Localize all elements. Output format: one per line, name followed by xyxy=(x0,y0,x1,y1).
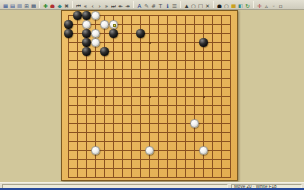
intersection-4-3[interactable] xyxy=(91,29,100,38)
intersection-1-9[interactable] xyxy=(64,83,73,92)
intersection-16-11[interactable] xyxy=(199,101,208,110)
intersection-15-9[interactable] xyxy=(190,83,199,92)
intersection-15-13[interactable] xyxy=(190,119,199,128)
intersection-18-6[interactable] xyxy=(217,56,226,65)
intersection-6-7[interactable] xyxy=(109,65,118,74)
intersection-10-19[interactable] xyxy=(145,173,154,182)
intersection-19-14[interactable] xyxy=(226,128,235,137)
intersection-17-4[interactable] xyxy=(208,38,217,47)
intersection-16-3[interactable] xyxy=(199,29,208,38)
intersection-19-7[interactable] xyxy=(226,65,235,74)
intersection-12-17[interactable] xyxy=(163,155,172,164)
label-a-icon[interactable]: A xyxy=(136,1,143,9)
intersection-19-9[interactable] xyxy=(226,83,235,92)
intersection-19-3[interactable] xyxy=(226,29,235,38)
intersection-19-17[interactable] xyxy=(226,155,235,164)
intersection-14-9[interactable] xyxy=(181,83,190,92)
intersection-9-19[interactable] xyxy=(136,173,145,182)
intersection-16-15[interactable] xyxy=(199,137,208,146)
intersection-7-10[interactable] xyxy=(118,92,127,101)
intersection-12-14[interactable] xyxy=(163,128,172,137)
intersection-6-12[interactable] xyxy=(109,110,118,119)
intersection-18-7[interactable] xyxy=(217,65,226,74)
intersection-11-1[interactable] xyxy=(154,11,163,20)
intersection-19-13[interactable] xyxy=(226,119,235,128)
intersection-1-18[interactable] xyxy=(64,164,73,173)
intersection-18-15[interactable] xyxy=(217,137,226,146)
intersection-13-11[interactable] xyxy=(172,101,181,110)
intersection-2-19[interactable] xyxy=(73,173,82,182)
intersection-15-12[interactable] xyxy=(190,110,199,119)
intersection-17-17[interactable] xyxy=(208,155,217,164)
intersection-13-14[interactable] xyxy=(172,128,181,137)
intersection-2-13[interactable] xyxy=(73,119,82,128)
intersection-16-13[interactable] xyxy=(199,119,208,128)
intersection-11-4[interactable] xyxy=(154,38,163,47)
intersection-7-18[interactable] xyxy=(118,164,127,173)
intersection-5-11[interactable] xyxy=(100,101,109,110)
intersection-13-7[interactable] xyxy=(172,65,181,74)
intersection-5-16[interactable] xyxy=(100,146,109,155)
play-white-icon[interactable]: ○ xyxy=(223,1,230,9)
intersection-8-14[interactable] xyxy=(127,128,136,137)
intersection-7-19[interactable] xyxy=(118,173,127,182)
intersection-15-10[interactable] xyxy=(190,92,199,101)
intersection-11-15[interactable] xyxy=(154,137,163,146)
intersection-2-11[interactable] xyxy=(73,101,82,110)
intersection-18-10[interactable] xyxy=(217,92,226,101)
intersection-15-7[interactable] xyxy=(190,65,199,74)
intersection-14-17[interactable] xyxy=(181,155,190,164)
intersection-16-8[interactable] xyxy=(199,74,208,83)
intersection-5-19[interactable] xyxy=(100,173,109,182)
intersection-9-14[interactable] xyxy=(136,128,145,137)
intersection-1-14[interactable] xyxy=(64,128,73,137)
intersection-15-14[interactable] xyxy=(190,128,199,137)
intersection-17-18[interactable] xyxy=(208,164,217,173)
intersection-15-18[interactable] xyxy=(190,164,199,173)
intersection-7-5[interactable] xyxy=(118,47,127,56)
intersection-8-9[interactable] xyxy=(127,83,136,92)
intersection-3-9[interactable] xyxy=(82,83,91,92)
intersection-1-8[interactable] xyxy=(64,74,73,83)
intersection-9-5[interactable] xyxy=(136,47,145,56)
intersection-3-6[interactable] xyxy=(82,56,91,65)
intersection-17-1[interactable] xyxy=(208,11,217,20)
intersection-14-7[interactable] xyxy=(181,65,190,74)
intersection-19-10[interactable] xyxy=(226,92,235,101)
estimate-icon[interactable]: ◧ xyxy=(237,1,244,9)
prev-variation-icon[interactable]: ↞ xyxy=(117,1,124,9)
intersection-18-4[interactable] xyxy=(217,38,226,47)
intersection-1-5[interactable] xyxy=(64,47,73,56)
intersection-1-12[interactable] xyxy=(64,110,73,119)
goban[interactable] xyxy=(61,10,238,181)
square-mark-icon[interactable]: □ xyxy=(197,1,204,9)
intersection-10-4[interactable] xyxy=(145,38,154,47)
intersection-15-3[interactable] xyxy=(190,29,199,38)
intersection-3-8[interactable] xyxy=(82,74,91,83)
number-icon[interactable]: # xyxy=(150,1,157,9)
intersection-4-6[interactable] xyxy=(91,56,100,65)
intersection-7-7[interactable] xyxy=(118,65,127,74)
intersection-9-15[interactable] xyxy=(136,137,145,146)
intersection-18-14[interactable] xyxy=(217,128,226,137)
intersection-10-10[interactable] xyxy=(145,92,154,101)
intersection-7-6[interactable] xyxy=(118,56,127,65)
intersection-3-15[interactable] xyxy=(82,137,91,146)
intersection-4-4[interactable] xyxy=(91,38,100,47)
intersection-3-5[interactable] xyxy=(82,47,91,56)
intersection-10-7[interactable] xyxy=(145,65,154,74)
intersection-19-12[interactable] xyxy=(226,110,235,119)
intersection-15-8[interactable] xyxy=(190,74,199,83)
intersection-11-5[interactable] xyxy=(154,47,163,56)
intersection-14-14[interactable] xyxy=(181,128,190,137)
intersection-18-18[interactable] xyxy=(217,164,226,173)
intersection-13-4[interactable] xyxy=(172,38,181,47)
intersection-7-13[interactable] xyxy=(118,119,127,128)
intersection-10-17[interactable] xyxy=(145,155,154,164)
intersection-15-5[interactable] xyxy=(190,47,199,56)
intersection-12-2[interactable] xyxy=(163,20,172,29)
intersection-19-1[interactable] xyxy=(226,11,235,20)
intersection-9-1[interactable] xyxy=(136,11,145,20)
intersection-12-4[interactable] xyxy=(163,38,172,47)
intersection-16-5[interactable] xyxy=(199,47,208,56)
intersection-14-13[interactable] xyxy=(181,119,190,128)
first-move-icon[interactable]: ⏮ xyxy=(75,1,82,9)
intersection-14-1[interactable] xyxy=(181,11,190,20)
settings-icon[interactable]: ▫ xyxy=(277,1,284,9)
intersection-2-9[interactable] xyxy=(73,83,82,92)
next-move-icon[interactable]: › xyxy=(96,1,103,9)
intersection-4-2[interactable] xyxy=(91,20,100,29)
intersection-13-5[interactable] xyxy=(172,47,181,56)
intersection-4-11[interactable] xyxy=(91,101,100,110)
intersection-16-18[interactable] xyxy=(199,164,208,173)
intersection-5-4[interactable] xyxy=(100,38,109,47)
intersection-12-15[interactable] xyxy=(163,137,172,146)
intersection-15-11[interactable] xyxy=(190,101,199,110)
new-board-icon[interactable]: ▦ xyxy=(2,1,9,9)
intersection-4-7[interactable] xyxy=(91,65,100,74)
intersection-11-6[interactable] xyxy=(154,56,163,65)
intersection-5-3[interactable] xyxy=(100,29,109,38)
intersection-16-1[interactable] xyxy=(199,11,208,20)
intersection-4-9[interactable] xyxy=(91,83,100,92)
intersection-3-16[interactable] xyxy=(82,146,91,155)
intersection-18-8[interactable] xyxy=(217,74,226,83)
intersection-4-17[interactable] xyxy=(91,155,100,164)
intersection-13-18[interactable] xyxy=(172,164,181,173)
intersection-6-11[interactable] xyxy=(109,101,118,110)
intersection-1-11[interactable] xyxy=(64,101,73,110)
intersection-3-10[interactable] xyxy=(82,92,91,101)
intersection-1-4[interactable] xyxy=(64,38,73,47)
intersection-10-6[interactable] xyxy=(145,56,154,65)
intersection-14-18[interactable] xyxy=(181,164,190,173)
intersection-16-9[interactable] xyxy=(199,83,208,92)
intersection-14-8[interactable] xyxy=(181,74,190,83)
intersection-4-8[interactable] xyxy=(91,74,100,83)
intersection-9-12[interactable] xyxy=(136,110,145,119)
intersection-18-3[interactable] xyxy=(217,29,226,38)
pass-icon[interactable]: ■ xyxy=(230,1,237,9)
intersection-2-7[interactable] xyxy=(73,65,82,74)
intersection-14-6[interactable] xyxy=(181,56,190,65)
intersection-15-4[interactable] xyxy=(190,38,199,47)
intersection-9-8[interactable] xyxy=(136,74,145,83)
intersection-18-16[interactable] xyxy=(217,146,226,155)
intersection-1-2[interactable] xyxy=(64,20,73,29)
intersection-14-4[interactable] xyxy=(181,38,190,47)
intersection-6-4[interactable] xyxy=(109,38,118,47)
intersection-8-18[interactable] xyxy=(127,164,136,173)
intersection-11-13[interactable] xyxy=(154,119,163,128)
intersection-2-10[interactable] xyxy=(73,92,82,101)
intersection-7-4[interactable] xyxy=(118,38,127,47)
intersection-12-13[interactable] xyxy=(163,119,172,128)
intersection-3-11[interactable] xyxy=(82,101,91,110)
intersection-9-10[interactable] xyxy=(136,92,145,101)
last-move-icon[interactable]: ⏭ xyxy=(110,1,117,9)
intersection-19-19[interactable] xyxy=(226,173,235,182)
intersection-11-11[interactable] xyxy=(154,101,163,110)
cut-icon[interactable]: ✚ xyxy=(42,1,49,9)
intersection-6-13[interactable] xyxy=(109,119,118,128)
intersection-10-1[interactable] xyxy=(145,11,154,20)
intersection-1-13[interactable] xyxy=(64,119,73,128)
board-full-icon[interactable]: ▩ xyxy=(30,1,37,9)
intersection-19-6[interactable] xyxy=(226,56,235,65)
intersection-9-11[interactable] xyxy=(136,101,145,110)
intersection-15-1[interactable] xyxy=(190,11,199,20)
intersection-14-11[interactable] xyxy=(181,101,190,110)
intersection-17-11[interactable] xyxy=(208,101,217,110)
intersection-2-1[interactable] xyxy=(73,11,82,20)
intersection-3-17[interactable] xyxy=(82,155,91,164)
intersection-9-17[interactable] xyxy=(136,155,145,164)
intersection-18-1[interactable] xyxy=(217,11,226,20)
info-icon[interactable]: ℹ xyxy=(164,1,171,9)
intersection-3-18[interactable] xyxy=(82,164,91,173)
intersection-9-3[interactable] xyxy=(136,29,145,38)
intersection-12-11[interactable] xyxy=(163,101,172,110)
coords-icon[interactable]: ▵ xyxy=(263,1,270,9)
intersection-3-4[interactable] xyxy=(82,38,91,47)
intersection-1-3[interactable] xyxy=(64,29,73,38)
intersection-11-3[interactable] xyxy=(154,29,163,38)
intersection-11-17[interactable] xyxy=(154,155,163,164)
intersection-6-16[interactable] xyxy=(109,146,118,155)
intersection-8-5[interactable] xyxy=(127,47,136,56)
fast-back-icon[interactable]: « xyxy=(82,1,89,9)
intersection-5-12[interactable] xyxy=(100,110,109,119)
intersection-16-2[interactable] xyxy=(199,20,208,29)
intersection-8-16[interactable] xyxy=(127,146,136,155)
intersection-2-18[interactable] xyxy=(73,164,82,173)
intersection-10-3[interactable] xyxy=(145,29,154,38)
intersection-16-17[interactable] xyxy=(199,155,208,164)
intersection-17-8[interactable] xyxy=(208,74,217,83)
intersection-2-3[interactable] xyxy=(73,29,82,38)
copy-icon[interactable]: ● xyxy=(49,1,56,9)
intersection-7-14[interactable] xyxy=(118,128,127,137)
intersection-5-5[interactable] xyxy=(100,47,109,56)
intersection-15-2[interactable] xyxy=(190,20,199,29)
intersection-7-2[interactable] xyxy=(118,20,127,29)
intersection-2-6[interactable] xyxy=(73,56,82,65)
intersection-1-6[interactable] xyxy=(64,56,73,65)
intersection-13-3[interactable] xyxy=(172,29,181,38)
intersection-13-12[interactable] xyxy=(172,110,181,119)
intersection-17-10[interactable] xyxy=(208,92,217,101)
intersection-1-17[interactable] xyxy=(64,155,73,164)
triangle-mark-icon[interactable]: ▲ xyxy=(183,1,190,9)
intersection-16-10[interactable] xyxy=(199,92,208,101)
intersection-13-6[interactable] xyxy=(172,56,181,65)
intersection-7-9[interactable] xyxy=(118,83,127,92)
intersection-7-12[interactable] xyxy=(118,110,127,119)
grid-dot-icon[interactable]: ◦ xyxy=(270,1,277,9)
intersection-4-19[interactable] xyxy=(91,173,100,182)
next-variation-icon[interactable]: ↠ xyxy=(124,1,131,9)
intersection-5-10[interactable] xyxy=(100,92,109,101)
intersection-13-16[interactable] xyxy=(172,146,181,155)
intersection-4-12[interactable] xyxy=(91,110,100,119)
intersection-4-14[interactable] xyxy=(91,128,100,137)
intersection-6-10[interactable] xyxy=(109,92,118,101)
intersection-6-9[interactable] xyxy=(109,83,118,92)
intersection-18-11[interactable] xyxy=(217,101,226,110)
intersection-15-15[interactable] xyxy=(190,137,199,146)
intersection-17-9[interactable] xyxy=(208,83,217,92)
intersection-5-2[interactable] xyxy=(100,20,109,29)
intersection-8-3[interactable] xyxy=(127,29,136,38)
intersection-2-8[interactable] xyxy=(73,74,82,83)
intersection-5-17[interactable] xyxy=(100,155,109,164)
intersection-10-11[interactable] xyxy=(145,101,154,110)
intersection-12-3[interactable] xyxy=(163,29,172,38)
intersection-6-18[interactable] xyxy=(109,164,118,173)
intersection-3-14[interactable] xyxy=(82,128,91,137)
intersection-18-19[interactable] xyxy=(217,173,226,182)
intersection-18-17[interactable] xyxy=(217,155,226,164)
intersection-10-18[interactable] xyxy=(145,164,154,173)
intersection-11-14[interactable] xyxy=(154,128,163,137)
intersection-11-7[interactable] xyxy=(154,65,163,74)
fast-forward-icon[interactable]: » xyxy=(103,1,110,9)
intersection-6-17[interactable] xyxy=(109,155,118,164)
intersection-9-4[interactable] xyxy=(136,38,145,47)
intersection-12-16[interactable] xyxy=(163,146,172,155)
intersection-19-4[interactable] xyxy=(226,38,235,47)
intersection-7-15[interactable] xyxy=(118,137,127,146)
intersection-14-16[interactable] xyxy=(181,146,190,155)
intersection-12-8[interactable] xyxy=(163,74,172,83)
intersection-2-15[interactable] xyxy=(73,137,82,146)
intersection-5-6[interactable] xyxy=(100,56,109,65)
intersection-8-11[interactable] xyxy=(127,101,136,110)
intersection-6-6[interactable] xyxy=(109,56,118,65)
intersection-8-6[interactable] xyxy=(127,56,136,65)
intersection-6-19[interactable] xyxy=(109,173,118,182)
intersection-16-19[interactable] xyxy=(199,173,208,182)
intersection-16-7[interactable] xyxy=(199,65,208,74)
intersection-11-19[interactable] xyxy=(154,173,163,182)
edit-pencil-icon[interactable]: ✎ xyxy=(143,1,150,9)
intersection-8-10[interactable] xyxy=(127,92,136,101)
intersection-11-12[interactable] xyxy=(154,110,163,119)
intersection-6-8[interactable] xyxy=(109,74,118,83)
intersection-17-13[interactable] xyxy=(208,119,217,128)
intersection-1-19[interactable] xyxy=(64,173,73,182)
intersection-12-12[interactable] xyxy=(163,110,172,119)
intersection-16-16[interactable] xyxy=(199,146,208,155)
intersection-19-5[interactable] xyxy=(226,47,235,56)
intersection-7-3[interactable] xyxy=(118,29,127,38)
intersection-14-2[interactable] xyxy=(181,20,190,29)
intersection-11-18[interactable] xyxy=(154,164,163,173)
intersection-3-7[interactable] xyxy=(82,65,91,74)
intersection-15-17[interactable] xyxy=(190,155,199,164)
intersection-13-10[interactable] xyxy=(172,92,181,101)
intersection-8-8[interactable] xyxy=(127,74,136,83)
intersection-11-2[interactable] xyxy=(154,20,163,29)
intersection-10-9[interactable] xyxy=(145,83,154,92)
intersection-8-15[interactable] xyxy=(127,137,136,146)
intersection-17-7[interactable] xyxy=(208,65,217,74)
intersection-4-15[interactable] xyxy=(91,137,100,146)
intersection-17-3[interactable] xyxy=(208,29,217,38)
intersection-16-12[interactable] xyxy=(199,110,208,119)
intersection-6-14[interactable] xyxy=(109,128,118,137)
intersection-2-17[interactable] xyxy=(73,155,82,164)
intersection-7-8[interactable] xyxy=(118,74,127,83)
save-file-icon[interactable]: ▥ xyxy=(16,1,23,9)
intersection-12-6[interactable] xyxy=(163,56,172,65)
intersection-17-15[interactable] xyxy=(208,137,217,146)
intersection-18-12[interactable] xyxy=(217,110,226,119)
intersection-16-6[interactable] xyxy=(199,56,208,65)
intersection-6-15[interactable] xyxy=(109,137,118,146)
intersection-2-4[interactable] xyxy=(73,38,82,47)
intersection-12-5[interactable] xyxy=(163,47,172,56)
intersection-12-1[interactable] xyxy=(163,11,172,20)
tree-icon[interactable]: ☰ xyxy=(171,1,178,9)
intersection-11-10[interactable] xyxy=(154,92,163,101)
intersection-13-8[interactable] xyxy=(172,74,181,83)
intersection-9-16[interactable] xyxy=(136,146,145,155)
intersection-13-17[interactable] xyxy=(172,155,181,164)
intersection-16-4[interactable] xyxy=(199,38,208,47)
intersection-13-19[interactable] xyxy=(172,173,181,182)
intersection-12-18[interactable] xyxy=(163,164,172,173)
intersection-18-5[interactable] xyxy=(217,47,226,56)
intersection-10-2[interactable] xyxy=(145,20,154,29)
intersection-12-7[interactable] xyxy=(163,65,172,74)
intersection-8-4[interactable] xyxy=(127,38,136,47)
intersection-8-12[interactable] xyxy=(127,110,136,119)
intersection-18-2[interactable] xyxy=(217,20,226,29)
intersection-7-17[interactable] xyxy=(118,155,127,164)
intersection-6-1[interactable] xyxy=(109,11,118,20)
intersection-13-13[interactable] xyxy=(172,119,181,128)
intersection-17-14[interactable] xyxy=(208,128,217,137)
intersection-11-9[interactable] xyxy=(154,83,163,92)
intersection-7-16[interactable] xyxy=(118,146,127,155)
